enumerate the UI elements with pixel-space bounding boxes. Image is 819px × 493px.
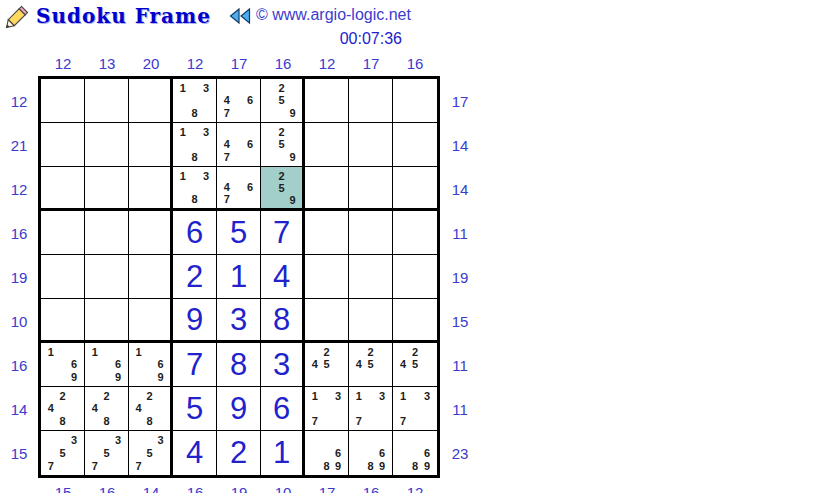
cell-r2c4[interactable]: 138 bbox=[173, 123, 217, 167]
clue-top-3: 20 bbox=[129, 52, 173, 74]
clue-left-2: 21 bbox=[0, 123, 38, 167]
cell-r6c1[interactable] bbox=[41, 299, 85, 343]
clues-right: 171414111915111123 bbox=[440, 76, 480, 478]
cell-r6c2[interactable] bbox=[85, 299, 129, 343]
clue-left-3: 12 bbox=[0, 167, 38, 211]
cell-r2c6[interactable]: 259 bbox=[261, 123, 305, 167]
entered-digit: 6 bbox=[173, 211, 216, 254]
cell-r9c5[interactable]: 2 bbox=[217, 431, 261, 475]
cell-r8c1[interactable]: 248 bbox=[41, 387, 85, 431]
cell-r4c4[interactable]: 6 bbox=[173, 211, 217, 255]
entered-digit: 7 bbox=[173, 343, 216, 386]
clue-right-9: 23 bbox=[440, 431, 480, 475]
pencil-marks: 357 bbox=[129, 431, 170, 475]
pencil-marks: 357 bbox=[41, 431, 84, 475]
clue-bottom-6: 10 bbox=[261, 481, 305, 493]
clue-top-8: 17 bbox=[349, 52, 393, 74]
cell-r5c7[interactable] bbox=[305, 255, 349, 299]
entered-digit: 9 bbox=[173, 299, 216, 340]
clue-right-5: 19 bbox=[440, 255, 480, 299]
pencil-marks: 138 bbox=[173, 79, 216, 122]
clue-left-6: 10 bbox=[0, 299, 38, 343]
pencil-marks: 467 bbox=[217, 123, 260, 166]
cell-r3c3[interactable] bbox=[129, 167, 173, 211]
cell-r9c9[interactable]: 689 bbox=[393, 431, 437, 475]
cell-r3c9[interactable] bbox=[393, 167, 437, 211]
entered-digit: 2 bbox=[173, 255, 216, 298]
cell-r7c7[interactable]: 245 bbox=[305, 343, 349, 387]
cell-r4c6[interactable]: 7 bbox=[261, 211, 305, 255]
clue-bottom-5: 19 bbox=[217, 481, 261, 493]
clue-bottom-4: 16 bbox=[173, 481, 217, 493]
pencil-marks: 245 bbox=[393, 343, 437, 386]
clue-top-6: 16 bbox=[261, 52, 305, 74]
cell-r1c7[interactable] bbox=[305, 79, 349, 123]
cell-r5c6[interactable]: 4 bbox=[261, 255, 305, 299]
cell-r1c9[interactable] bbox=[393, 79, 437, 123]
entered-digit: 5 bbox=[217, 211, 260, 254]
cell-r4c2[interactable] bbox=[85, 211, 129, 255]
pencil-marks: 467 bbox=[217, 167, 260, 208]
entered-digit: 1 bbox=[261, 431, 302, 475]
cell-r9c8[interactable]: 689 bbox=[349, 431, 393, 475]
clue-bottom-9: 12 bbox=[393, 481, 437, 493]
cell-r6c7[interactable] bbox=[305, 299, 349, 343]
pencil-marks: 169 bbox=[41, 343, 84, 386]
entered-digit: 3 bbox=[217, 299, 260, 340]
cell-r3c5[interactable]: 467 bbox=[217, 167, 261, 211]
cell-r7c9[interactable]: 245 bbox=[393, 343, 437, 387]
pencil-marks: 245 bbox=[349, 343, 392, 386]
entered-digit: 2 bbox=[217, 431, 260, 475]
cell-r7c6[interactable]: 3 bbox=[261, 343, 305, 387]
cell-r1c6[interactable]: 259 bbox=[261, 79, 305, 123]
clue-left-9: 15 bbox=[0, 431, 38, 475]
cell-r8c5[interactable]: 9 bbox=[217, 387, 261, 431]
clue-bottom-7: 17 bbox=[305, 481, 349, 493]
clue-top-7: 12 bbox=[305, 52, 349, 74]
clue-right-7: 11 bbox=[440, 343, 480, 387]
cell-r5c4[interactable]: 2 bbox=[173, 255, 217, 299]
cell-r1c3[interactable] bbox=[129, 79, 173, 123]
cell-r7c5[interactable]: 8 bbox=[217, 343, 261, 387]
cell-r6c5[interactable]: 3 bbox=[217, 299, 261, 343]
clue-left-1: 12 bbox=[0, 79, 38, 123]
cell-r2c1[interactable] bbox=[41, 123, 85, 167]
clue-left-4: 16 bbox=[0, 211, 38, 255]
pencil-marks: 137 bbox=[349, 387, 392, 430]
pencil-icon[interactable] bbox=[5, 3, 31, 29]
clue-bottom-2: 16 bbox=[85, 481, 129, 493]
entered-digit: 4 bbox=[261, 255, 302, 298]
cell-r7c8[interactable]: 245 bbox=[349, 343, 393, 387]
cell-r1c4[interactable]: 138 bbox=[173, 79, 217, 123]
pencil-marks: 248 bbox=[85, 387, 128, 430]
entered-digit: 3 bbox=[261, 343, 302, 386]
cell-r9c1[interactable]: 357 bbox=[41, 431, 85, 475]
cell-r8c9[interactable]: 137 bbox=[393, 387, 437, 431]
pencil-marks: 259 bbox=[261, 167, 302, 208]
clue-top-1: 12 bbox=[41, 52, 85, 74]
cell-r3c8[interactable] bbox=[349, 167, 393, 211]
cell-r5c9[interactable] bbox=[393, 255, 437, 299]
cell-r5c1[interactable] bbox=[41, 255, 85, 299]
entered-digit: 8 bbox=[261, 299, 302, 340]
cell-r6c6[interactable]: 8 bbox=[261, 299, 305, 343]
frame-sudoku-board: 121320121716121716 122112161910161415 13… bbox=[0, 52, 480, 493]
pencil-marks: 689 bbox=[305, 431, 348, 475]
cell-r8c6[interactable]: 6 bbox=[261, 387, 305, 431]
entered-digit: 7 bbox=[261, 211, 302, 254]
clue-right-3: 14 bbox=[440, 167, 480, 211]
clue-right-8: 11 bbox=[440, 387, 480, 431]
cell-r5c3[interactable] bbox=[129, 255, 173, 299]
cell-r4c5[interactable]: 5 bbox=[217, 211, 261, 255]
cell-r5c8[interactable] bbox=[349, 255, 393, 299]
clue-right-1: 17 bbox=[440, 79, 480, 123]
cell-r7c1[interactable]: 169 bbox=[41, 343, 85, 387]
pencil-marks: 259 bbox=[261, 123, 302, 166]
cell-r3c6-selected[interactable]: 259 bbox=[261, 167, 305, 211]
timer: 00:07:36 bbox=[330, 30, 402, 48]
pencil-marks: 138 bbox=[173, 123, 216, 166]
pencil-marks: 137 bbox=[305, 387, 348, 430]
cell-r2c7[interactable] bbox=[305, 123, 349, 167]
cell-r8c8[interactable]: 137 bbox=[349, 387, 393, 431]
cell-r2c8[interactable] bbox=[349, 123, 393, 167]
pencil-marks: 138 bbox=[173, 167, 216, 208]
cell-r8c2[interactable]: 248 bbox=[85, 387, 129, 431]
pencil-marks: 357 bbox=[85, 431, 128, 475]
cell-r7c3[interactable]: 169 bbox=[129, 343, 173, 387]
cell-r1c8[interactable] bbox=[349, 79, 393, 123]
clue-bottom-8: 16 bbox=[349, 481, 393, 493]
clues-left: 122112161910161415 bbox=[0, 76, 38, 478]
entered-digit: 9 bbox=[217, 387, 260, 430]
cell-r3c4[interactable]: 138 bbox=[173, 167, 217, 211]
cell-r9c6[interactable]: 1 bbox=[261, 431, 305, 475]
clue-left-5: 19 bbox=[0, 255, 38, 299]
clue-right-2: 14 bbox=[440, 123, 480, 167]
entered-digit: 4 bbox=[173, 431, 216, 475]
cell-r9c4[interactable]: 4 bbox=[173, 431, 217, 475]
cell-r6c9[interactable] bbox=[393, 299, 437, 343]
cell-r7c4[interactable]: 7 bbox=[173, 343, 217, 387]
cell-r9c2[interactable]: 357 bbox=[85, 431, 129, 475]
pencil-marks: 137 bbox=[393, 387, 437, 430]
cell-r1c2[interactable] bbox=[85, 79, 129, 123]
pencil-marks: 248 bbox=[41, 387, 84, 430]
pencil-marks: 259 bbox=[261, 79, 302, 122]
pencil-marks: 689 bbox=[393, 431, 437, 475]
cell-r9c3[interactable]: 357 bbox=[129, 431, 173, 475]
entered-digit: 8 bbox=[217, 343, 260, 386]
cell-r8c3[interactable]: 248 bbox=[129, 387, 173, 431]
pencil-marks: 169 bbox=[85, 343, 128, 386]
copyright-link[interactable]: © www.argio-logic.net bbox=[256, 6, 411, 24]
cell-r4c1[interactable] bbox=[41, 211, 85, 255]
entered-digit: 5 bbox=[173, 387, 216, 430]
cell-r4c8[interactable] bbox=[349, 211, 393, 255]
cell-r7c2[interactable]: 169 bbox=[85, 343, 129, 387]
clue-left-8: 14 bbox=[0, 387, 38, 431]
pencil-marks: 245 bbox=[305, 343, 348, 386]
clue-top-4: 12 bbox=[173, 52, 217, 74]
clues-top: 121320121716121716 bbox=[41, 52, 480, 74]
cell-r1c1[interactable] bbox=[41, 79, 85, 123]
pencil-marks: 689 bbox=[349, 431, 392, 475]
clue-left-7: 16 bbox=[0, 343, 38, 387]
clue-bottom-3: 14 bbox=[129, 481, 173, 493]
cell-r2c2[interactable] bbox=[85, 123, 129, 167]
cell-r4c3[interactable] bbox=[129, 211, 173, 255]
entered-digit: 6 bbox=[261, 387, 302, 430]
clue-top-5: 17 bbox=[217, 52, 261, 74]
entered-digit: 1 bbox=[217, 255, 260, 298]
cell-r8c4[interactable]: 5 bbox=[173, 387, 217, 431]
cell-r1c5[interactable]: 467 bbox=[217, 79, 261, 123]
clue-bottom-1: 15 bbox=[41, 481, 85, 493]
cell-r3c7[interactable] bbox=[305, 167, 349, 211]
cell-r5c2[interactable] bbox=[85, 255, 129, 299]
rewind-icon[interactable] bbox=[228, 7, 252, 25]
cell-r8c7[interactable]: 137 bbox=[305, 387, 349, 431]
clues-bottom: 151614161910171612 bbox=[41, 481, 480, 493]
cell-r4c9[interactable] bbox=[393, 211, 437, 255]
clue-right-6: 15 bbox=[440, 299, 480, 343]
cell-r2c5[interactable]: 467 bbox=[217, 123, 261, 167]
cell-r2c3[interactable] bbox=[129, 123, 173, 167]
cell-r3c2[interactable] bbox=[85, 167, 129, 211]
cell-r5c5[interactable]: 1 bbox=[217, 255, 261, 299]
clue-top-9: 16 bbox=[393, 52, 437, 74]
cell-r6c3[interactable] bbox=[129, 299, 173, 343]
cell-r9c7[interactable]: 689 bbox=[305, 431, 349, 475]
pencil-marks: 467 bbox=[217, 79, 260, 122]
pencil-marks: 169 bbox=[129, 343, 170, 386]
cell-r6c8[interactable] bbox=[349, 299, 393, 343]
app-title: Sudoku Frame bbox=[36, 4, 211, 28]
cell-r3c1[interactable] bbox=[41, 167, 85, 211]
cell-r2c9[interactable] bbox=[393, 123, 437, 167]
pencil-marks: 248 bbox=[129, 387, 170, 430]
clue-top-2: 13 bbox=[85, 52, 129, 74]
clue-right-4: 11 bbox=[440, 211, 480, 255]
cell-r4c7[interactable] bbox=[305, 211, 349, 255]
sudoku-grid: 1384672591384672591384672596572149381691… bbox=[38, 76, 440, 478]
cell-r6c4[interactable]: 9 bbox=[173, 299, 217, 343]
